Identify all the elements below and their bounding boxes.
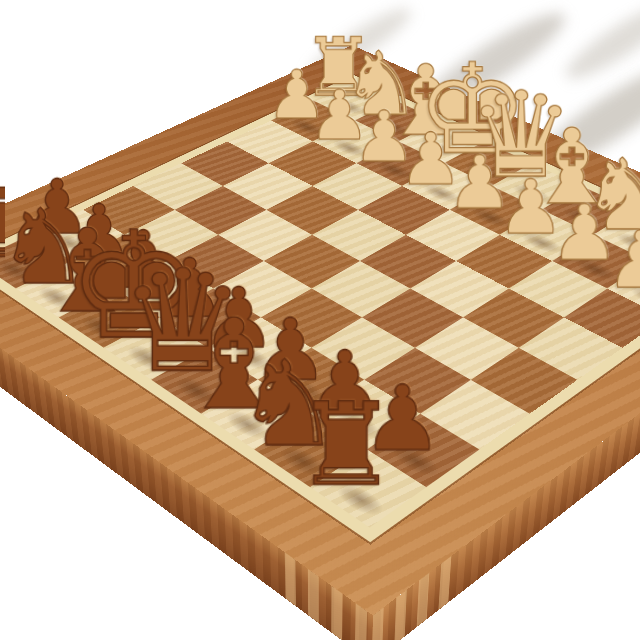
chess-board: ♜♞♝♚♛♝♞♜♟♟♟♟♟♟♟♟♟♟♟♟♟♟♟♟♜♞♝♚♛♝♞♜: [0, 45, 640, 615]
rook-glyph: ♜: [295, 388, 398, 503]
square-d4[interactable]: [360, 235, 456, 289]
pawn-glyph: ♟: [606, 221, 640, 300]
chess-set-photo: ♜♞♝♚♛♝♞♜♟♟♟♟♟♟♟♟♟♟♟♟♟♟♟♟♜♞♝♚♛♝♞♜: [0, 0, 640, 640]
board-grid: ♜♞♝♚♛♝♞♜♟♟♟♟♟♟♟♟♟♟♟♟♟♟♟♟♜♞♝♚♛♝♞♜: [0, 81, 640, 527]
board-frame: ♜♞♝♚♛♝♞♜♟♟♟♟♟♟♟♟♟♟♟♟♟♟♟♟♜♞♝♚♛♝♞♜: [0, 45, 640, 615]
playfield-maple-border: ♜♞♝♚♛♝♞♜♟♟♟♟♟♟♟♟♟♟♟♟♟♟♟♟♜♞♝♚♛♝♞♜: [0, 75, 640, 542]
